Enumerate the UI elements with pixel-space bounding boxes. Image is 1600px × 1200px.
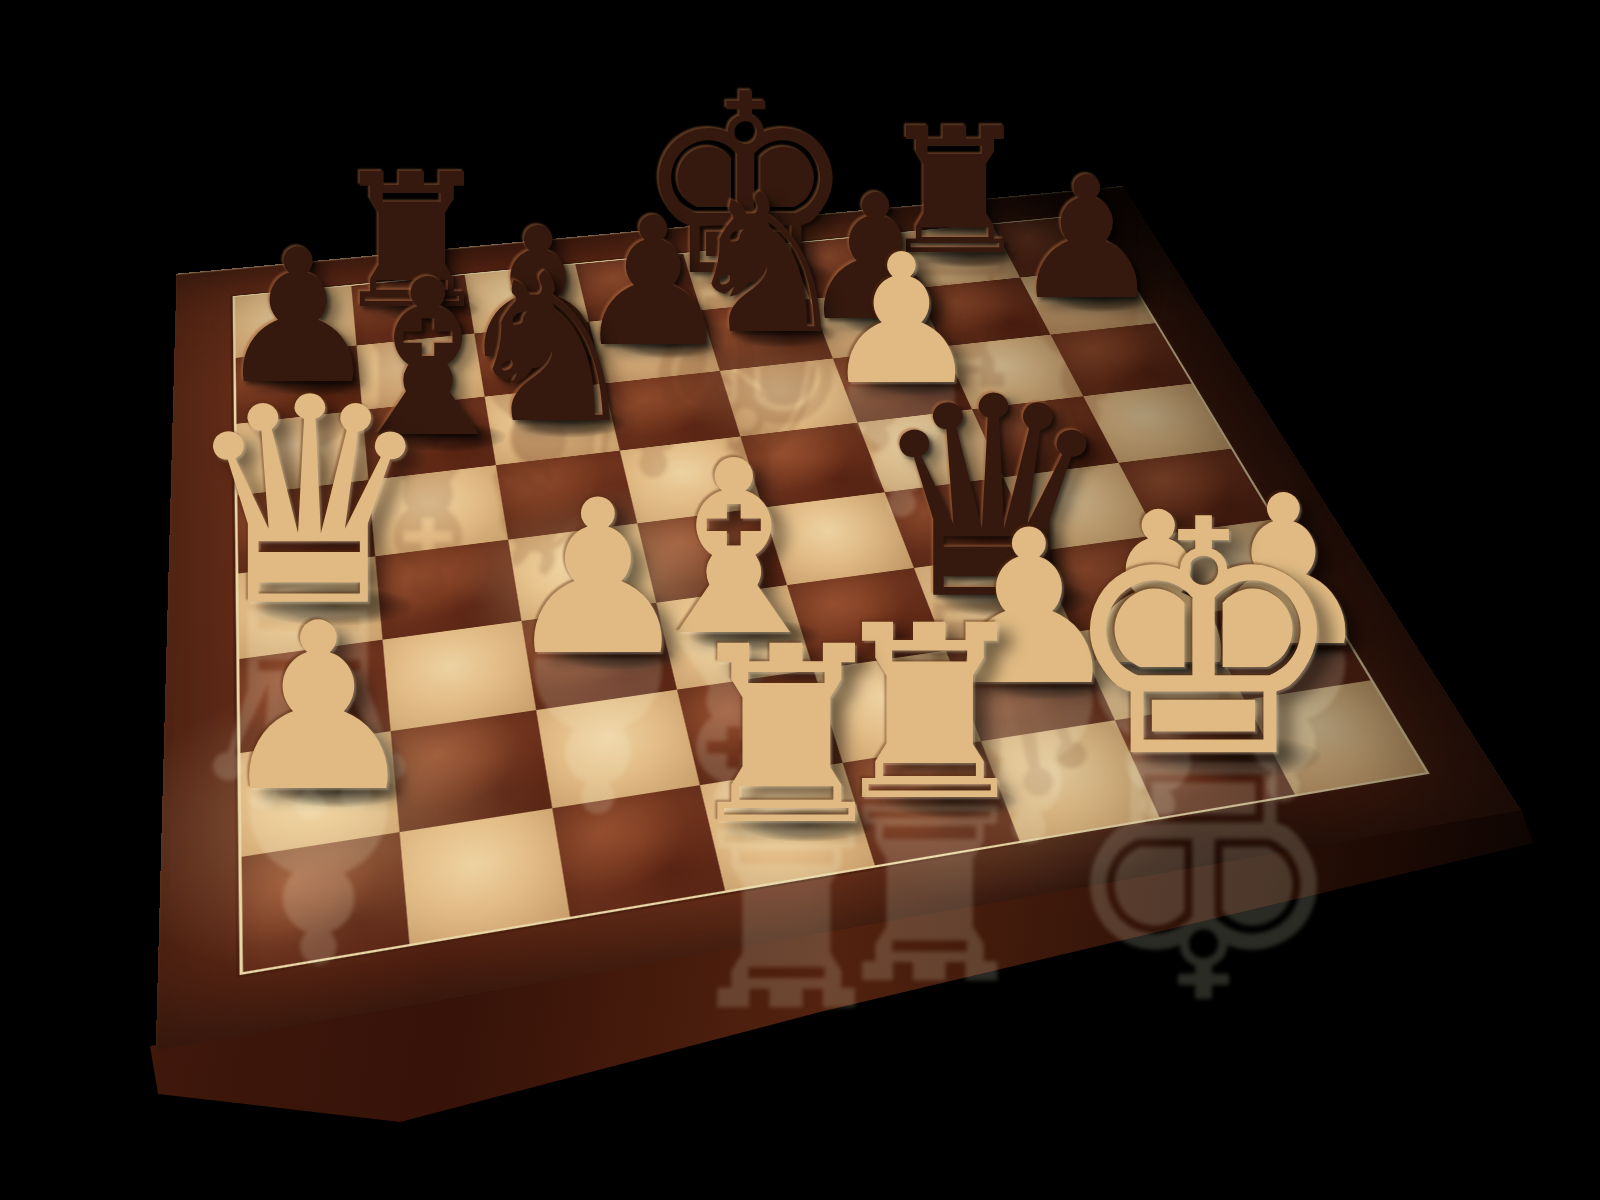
piece-white-king-g1[interactable]: ♚: [1058, 478, 1349, 802]
piece-white-pawn-a2[interactable]: ♟: [215, 593, 422, 824]
square-b1[interactable]: [400, 808, 571, 944]
piece-white-rook-d1[interactable]: ♜: [676, 615, 895, 859]
piece-black-pawn-h7[interactable]: ♟: [1011, 155, 1162, 324]
piece-white-pawn-c3[interactable]: ♟: [503, 471, 694, 684]
chess-scene: ♜♜♚♚♜♜♟♟♟♟♟♟♞♞♟♟♟♟♝♝♞♞♟♟♛♛♟♟♝♝♛♛♟♟♟♟♟♟♟♟…: [0, 0, 1600, 1200]
square-a1[interactable]: [242, 832, 410, 972]
